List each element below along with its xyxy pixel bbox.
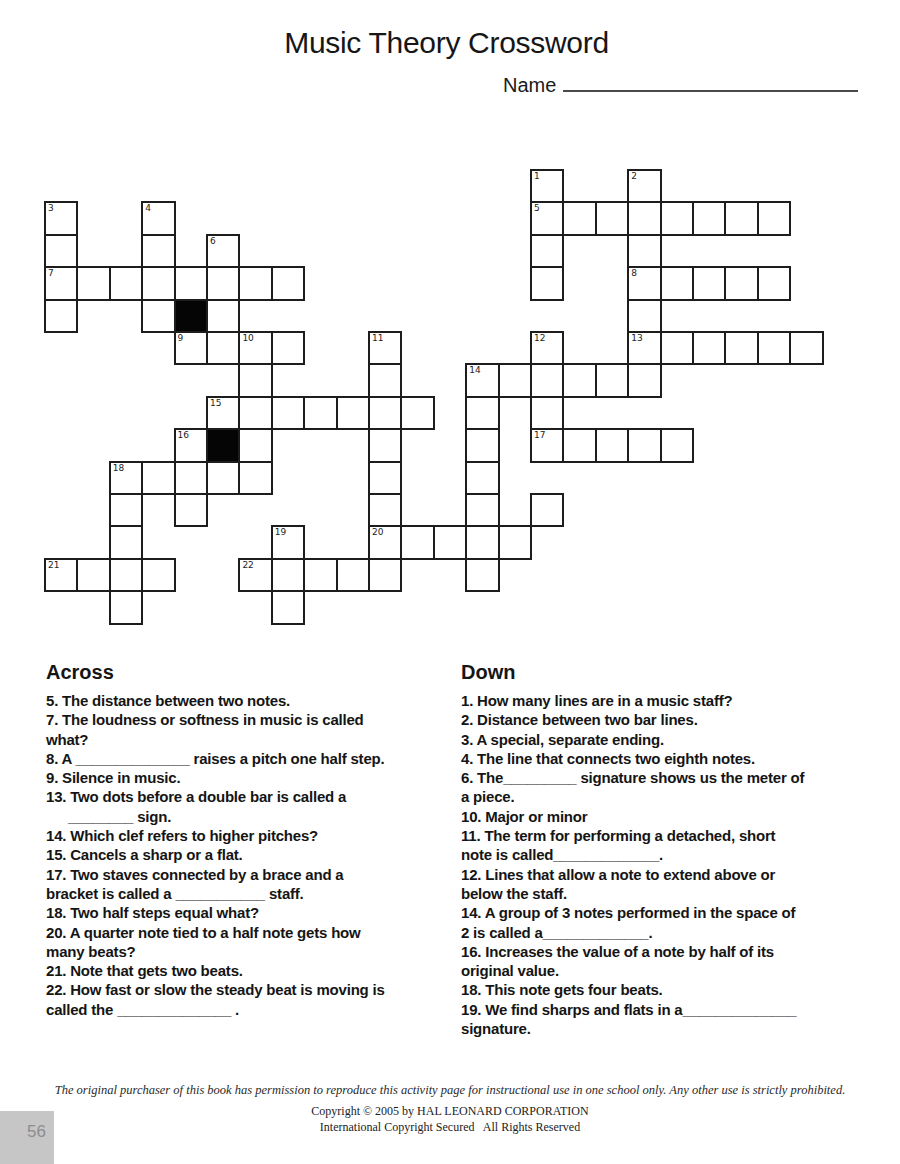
grid-cell[interactable] [368, 493, 402, 527]
grid-cell[interactable]: 12 [530, 331, 564, 365]
grid-cell[interactable] [206, 461, 240, 495]
grid-cell[interactable] [692, 331, 726, 365]
clue-number: 17 [534, 430, 545, 441]
across-clue: 14. Which clef refers to higher pitches? [46, 826, 458, 845]
black-cell [206, 428, 240, 462]
across-clue: 18. Two half steps equal what? [46, 903, 458, 922]
worksheet-page: Music Theory Crossword Name 123456789101… [0, 0, 900, 1164]
across-clues-section: Across 5. The distance between two notes… [46, 661, 458, 1019]
grid-cell[interactable] [109, 590, 143, 624]
clue-number: 19 [275, 527, 286, 538]
across-clue-list: 5. The distance between two notes.7. The… [46, 691, 458, 1019]
grid-cell[interactable] [400, 525, 434, 559]
clue-number: 10 [242, 333, 253, 344]
grid-cell[interactable] [368, 428, 402, 462]
grid-cell[interactable]: 22 [238, 558, 272, 592]
clue-number: 16 [178, 430, 189, 441]
grid-cell[interactable] [368, 558, 402, 592]
grid-cell[interactable] [174, 461, 208, 495]
grid-cell[interactable] [724, 201, 758, 235]
grid-cell[interactable]: 20 [368, 525, 402, 559]
grid-cell[interactable] [724, 266, 758, 300]
grid-cell[interactable] [724, 331, 758, 365]
grid-cell[interactable] [141, 266, 175, 300]
page-title: Music Theory Crossword [0, 26, 893, 60]
grid-cell[interactable] [238, 428, 272, 462]
down-clue: 18. This note gets four beats. [461, 980, 889, 999]
clue-number: 12 [534, 333, 545, 344]
grid-cell[interactable] [627, 363, 661, 397]
grid-cell[interactable] [660, 428, 694, 462]
grid-cell[interactable] [368, 396, 402, 430]
grid-cell[interactable] [109, 558, 143, 592]
grid-cell[interactable] [530, 266, 564, 300]
grid-cell[interactable]: 14 [465, 363, 499, 397]
grid-cell[interactable] [789, 331, 823, 365]
grid-cell[interactable] [109, 525, 143, 559]
grid-cell[interactable] [562, 363, 596, 397]
down-clue: 16. Increases the value of a note by hal… [461, 942, 889, 981]
grid-cell[interactable] [206, 266, 240, 300]
grid-cell[interactable]: 1 [530, 169, 564, 203]
grid-cell[interactable] [238, 363, 272, 397]
grid-cell[interactable] [271, 266, 305, 300]
grid-cell[interactable] [206, 299, 240, 333]
down-clues-section: Down 1. How many lines are in a music st… [461, 661, 889, 1038]
grid-cell[interactable] [465, 396, 499, 430]
grid-cell[interactable] [757, 331, 791, 365]
copyright-line-2: International Copyright Secured All Righ… [0, 1119, 900, 1135]
clue-number: 5 [534, 203, 540, 214]
across-clue: 15. Cancels a sharp or a flat. [46, 845, 458, 864]
clue-number: 14 [469, 365, 480, 376]
grid-cell[interactable] [400, 396, 434, 430]
grid-cell[interactable]: 17 [530, 428, 564, 462]
down-clue: 10. Major or minor [461, 807, 889, 826]
name-label: Name [503, 74, 556, 96]
grid-cell[interactable] [303, 558, 337, 592]
name-blank-line[interactable] [563, 72, 858, 92]
name-field: Name [503, 72, 858, 97]
clue-number: 18 [113, 463, 124, 474]
grid-cell[interactable] [206, 331, 240, 365]
grid-cell[interactable] [627, 234, 661, 268]
grid-cell[interactable] [303, 396, 337, 430]
clue-number: 21 [48, 560, 59, 571]
page-number: 56 [27, 1122, 46, 1142]
crossword-grid: 12345678910111213141516171819202122 [44, 169, 824, 625]
grid-cell[interactable] [141, 461, 175, 495]
grid-cell[interactable] [530, 234, 564, 268]
grid-cell[interactable]: 13 [627, 331, 661, 365]
grid-cell[interactable] [174, 266, 208, 300]
down-clue: 2. Distance between two bar lines. [461, 710, 889, 729]
down-clue: 11. The term for performing a detached, … [461, 826, 889, 865]
grid-cell[interactable]: 21 [44, 558, 78, 592]
grid-cell[interactable] [562, 201, 596, 235]
grid-cell[interactable] [271, 331, 305, 365]
across-clue: 13. Two dots before a double bar is call… [46, 787, 458, 826]
grid-cell[interactable] [76, 558, 110, 592]
grid-cell[interactable] [627, 428, 661, 462]
grid-cell[interactable]: 9 [174, 331, 208, 365]
grid-cell[interactable] [627, 201, 661, 235]
clue-number: 6 [210, 236, 216, 247]
grid-cell[interactable] [595, 428, 629, 462]
grid-cell[interactable]: 2 [627, 169, 661, 203]
grid-cell[interactable] [336, 396, 370, 430]
grid-cell[interactable]: 10 [238, 331, 272, 365]
clue-number: 13 [631, 333, 642, 344]
down-clue: 14. A group of 3 notes performed in the … [461, 903, 889, 942]
grid-cell[interactable] [44, 299, 78, 333]
grid-cell[interactable] [271, 396, 305, 430]
grid-cell[interactable] [271, 558, 305, 592]
grid-cell[interactable]: 19 [271, 525, 305, 559]
across-clue: 7. The loudness or softness in music is … [46, 710, 458, 749]
copyright-line-1: Copyright © 2005 by HAL LEONARD CORPORAT… [0, 1103, 900, 1119]
clue-number: 9 [178, 333, 184, 344]
grid-cell[interactable] [595, 363, 629, 397]
grid-cell[interactable] [174, 493, 208, 527]
grid-cell[interactable] [660, 331, 694, 365]
grid-cell[interactable] [465, 558, 499, 592]
grid-cell[interactable]: 11 [368, 331, 402, 365]
grid-cell[interactable] [336, 558, 370, 592]
across-clue: 20. A quarter note tied to a half note g… [46, 923, 458, 962]
across-clue: 17. Two staves connected by a brace and … [46, 865, 458, 904]
grid-cell[interactable] [109, 493, 143, 527]
grid-cell[interactable] [141, 299, 175, 333]
grid-cell[interactable]: 5 [530, 201, 564, 235]
clue-number: 8 [631, 268, 637, 279]
grid-cell[interactable] [141, 234, 175, 268]
grid-cell[interactable] [498, 525, 532, 559]
grid-cell[interactable]: 16 [174, 428, 208, 462]
grid-cell[interactable] [465, 428, 499, 462]
grid-cell[interactable] [465, 461, 499, 495]
clue-number: 7 [48, 268, 54, 279]
copyright-notice: Copyright © 2005 by HAL LEONARD CORPORAT… [0, 1103, 900, 1135]
grid-cell[interactable] [433, 525, 467, 559]
grid-cell[interactable]: 7 [44, 266, 78, 300]
down-clue: 12. Lines that allow a note to extend ab… [461, 865, 889, 904]
grid-cell[interactable] [76, 266, 110, 300]
grid-cell[interactable] [141, 558, 175, 592]
clue-number: 4 [145, 203, 151, 214]
grid-cell[interactable] [627, 299, 661, 333]
grid-cell[interactable] [595, 201, 629, 235]
down-clue: 3. A special, separate ending. [461, 730, 889, 749]
grid-cell[interactable]: 6 [206, 234, 240, 268]
grid-cell[interactable] [465, 493, 499, 527]
across-clue: 5. The distance between two notes. [46, 691, 458, 710]
grid-cell[interactable] [44, 234, 78, 268]
grid-cell[interactable] [465, 525, 499, 559]
grid-cell[interactable]: 15 [206, 396, 240, 430]
grid-cell[interactable] [530, 396, 564, 430]
grid-cell[interactable] [530, 363, 564, 397]
clue-number: 11 [372, 333, 383, 344]
grid-cell[interactable] [692, 266, 726, 300]
grid-cell[interactable]: 4 [141, 201, 175, 235]
clue-number: 20 [372, 527, 383, 538]
across-clue: 9. Silence in music. [46, 768, 458, 787]
across-clue: 22. How fast or slow the steady beat is … [46, 980, 458, 1019]
grid-cell[interactable] [238, 396, 272, 430]
grid-cell[interactable] [238, 266, 272, 300]
clue-number: 2 [631, 171, 637, 182]
grid-cell[interactable] [562, 428, 596, 462]
grid-cell[interactable] [757, 201, 791, 235]
clue-number: 3 [48, 203, 54, 214]
down-clue: 6. The_________ signature shows us the m… [461, 768, 889, 807]
grid-cell[interactable]: 18 [109, 461, 143, 495]
grid-cell[interactable]: 3 [44, 201, 78, 235]
grid-cell[interactable]: 8 [627, 266, 661, 300]
grid-cell[interactable] [660, 266, 694, 300]
grid-cell[interactable] [530, 493, 564, 527]
down-heading: Down [461, 661, 889, 684]
black-cell [174, 299, 208, 333]
down-clue: 4. The line that connects two eighth not… [461, 749, 889, 768]
grid-cell[interactable] [368, 363, 402, 397]
clue-number: 22 [242, 560, 253, 571]
grid-cell[interactable] [109, 266, 143, 300]
grid-cell[interactable] [757, 266, 791, 300]
grid-cell[interactable] [498, 363, 532, 397]
clue-number: 1 [534, 171, 540, 182]
across-heading: Across [46, 661, 458, 684]
page-number-box: 56 [0, 1111, 54, 1164]
clue-number: 15 [210, 398, 221, 409]
across-clue: 21. Note that gets two beats. [46, 961, 458, 980]
grid-cell[interactable] [660, 201, 694, 235]
grid-cell[interactable] [368, 461, 402, 495]
grid-cell[interactable] [271, 590, 305, 624]
down-clue: 19. We find sharps and flats in a_______… [461, 1000, 889, 1039]
grid-cell[interactable] [692, 201, 726, 235]
down-clue-list: 1. How many lines are in a music staff?2… [461, 691, 889, 1038]
down-clue: 1. How many lines are in a music staff? [461, 691, 889, 710]
permission-notice: The original purchaser of this book has … [0, 1083, 900, 1098]
across-clue: 8. A ______________ raises a pitch one h… [46, 749, 458, 768]
grid-cell[interactable] [238, 461, 272, 495]
